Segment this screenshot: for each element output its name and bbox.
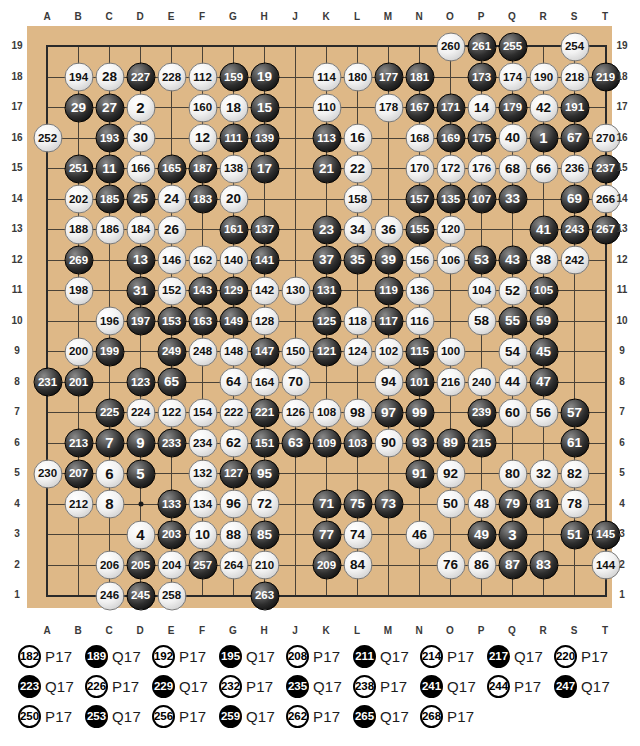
stone-B8: 201 <box>64 368 93 397</box>
stone-O19: 260 <box>436 32 465 61</box>
stone-E8: 65 <box>157 368 186 397</box>
stone-S18: 218 <box>560 63 589 92</box>
stone-S7: 57 <box>560 398 589 427</box>
stone-K9: 121 <box>312 337 341 366</box>
move-number: 40 <box>505 130 520 145</box>
stone-F9: 248 <box>188 337 217 366</box>
stone-C17: 27 <box>95 93 124 122</box>
stone-N3: 46 <box>405 520 434 549</box>
stone-B14: 202 <box>64 185 93 214</box>
row-label-right-14: 14 <box>616 194 627 204</box>
white-move-circle: 208 <box>286 645 309 668</box>
stone-H17: 15 <box>250 93 279 122</box>
move-number: 51 <box>567 527 582 542</box>
stone-E1: 258 <box>157 581 186 610</box>
stone-P10: 58 <box>467 307 496 336</box>
stone-R9: 45 <box>529 337 558 366</box>
col-label-top-D: D <box>136 12 143 22</box>
stone-O16: 169 <box>436 124 465 153</box>
stone-S19: 254 <box>560 32 589 61</box>
stone-G2: 264 <box>219 551 248 580</box>
stone-D1: 245 <box>126 581 155 610</box>
move-number: 248 <box>193 345 212 357</box>
row-label-left-12: 12 <box>11 255 22 265</box>
row-label-right-10: 10 <box>616 316 627 326</box>
move-number: 90 <box>381 435 396 450</box>
move-number: 258 <box>162 589 181 601</box>
move-number: 242 <box>565 254 584 266</box>
stone-Q14: 33 <box>498 185 527 214</box>
stone-P8: 240 <box>467 368 496 397</box>
stone-M11: 119 <box>374 276 403 305</box>
move-number: 67 <box>567 130 582 145</box>
move-number: 270 <box>596 132 615 144</box>
annotation-point: P17 <box>514 678 541 695</box>
move-number: 219 <box>596 71 615 83</box>
move-number: 106 <box>441 254 460 266</box>
stone-P15: 176 <box>467 154 496 183</box>
move-number: 183 <box>193 193 212 205</box>
stone-E3: 203 <box>157 520 186 549</box>
row-label-right-4: 4 <box>619 499 625 509</box>
stone-G11: 129 <box>219 276 248 305</box>
move-number: 63 <box>288 435 303 450</box>
white-move-circle: 244 <box>487 675 510 698</box>
stone-R12: 38 <box>529 246 558 275</box>
annotation-point: P17 <box>179 648 206 665</box>
annotation-entry-223: 223Q17 <box>18 675 85 698</box>
annotation-point: P17 <box>179 708 206 725</box>
stone-P19: 261 <box>467 32 496 61</box>
row-label-left-9: 9 <box>14 346 20 356</box>
stone-K16: 113 <box>312 124 341 153</box>
move-number: 53 <box>474 252 489 267</box>
move-number: 14 <box>474 100 489 115</box>
move-number: 111 <box>225 132 243 144</box>
stone-M8: 94 <box>374 368 403 397</box>
move-number: 1 <box>539 129 547 146</box>
move-number: 163 <box>193 315 212 327</box>
col-label-bottom-E: E <box>168 626 175 636</box>
move-number: 6 <box>105 465 113 482</box>
stone-N18: 181 <box>405 63 434 92</box>
annotation-entry-217: 217Q17 <box>487 645 554 668</box>
move-number: 199 <box>100 345 119 357</box>
move-number: 95 <box>257 466 272 481</box>
move-number: 140 <box>224 254 243 266</box>
move-number: 26 <box>164 222 179 237</box>
move-number: 158 <box>348 193 367 205</box>
move-number: 2 <box>136 99 144 116</box>
col-label-top-J: J <box>292 12 298 22</box>
move-number: 24 <box>164 191 179 206</box>
row-label-left-8: 8 <box>14 377 20 387</box>
move-number: 16 <box>350 130 365 145</box>
stone-A16: 252 <box>33 124 62 153</box>
stone-S17: 191 <box>560 93 589 122</box>
stone-D3: 4 <box>126 520 155 549</box>
annotation-point: Q17 <box>380 648 409 665</box>
stone-M17: 178 <box>374 93 403 122</box>
move-number: 260 <box>441 40 460 52</box>
col-label-top-G: G <box>229 12 237 22</box>
move-number: 142 <box>255 284 274 296</box>
move-number: 68 <box>505 161 520 176</box>
move-number: 249 <box>162 345 181 357</box>
col-label-top-S: S <box>571 12 578 22</box>
move-number: 196 <box>100 315 119 327</box>
move-number: 82 <box>567 466 582 481</box>
move-number: 185 <box>100 193 119 205</box>
move-number: 178 <box>379 101 398 113</box>
move-number: 173 <box>472 71 491 83</box>
col-label-top-K: K <box>322 12 329 22</box>
stone-E4: 133 <box>157 490 186 519</box>
stone-G8: 64 <box>219 368 248 397</box>
move-number: 57 <box>567 405 582 420</box>
stone-K3: 77 <box>312 520 341 549</box>
stone-F5: 132 <box>188 459 217 488</box>
stone-E15: 165 <box>157 154 186 183</box>
annotation-point: Q17 <box>313 678 342 695</box>
stone-O15: 172 <box>436 154 465 183</box>
stone-L10: 118 <box>343 307 372 336</box>
stone-F14: 183 <box>188 185 217 214</box>
stone-O2: 76 <box>436 551 465 580</box>
move-number: 152 <box>162 284 181 296</box>
stone-M9: 102 <box>374 337 403 366</box>
stone-T3: 145 <box>591 520 620 549</box>
stone-D17: 2 <box>126 93 155 122</box>
stone-G6: 62 <box>219 429 248 458</box>
move-number: 19 <box>257 69 272 84</box>
row-label-left-5: 5 <box>14 468 20 478</box>
move-number: 10 <box>195 527 210 542</box>
move-number: 101 <box>410 376 429 388</box>
move-number: 207 <box>69 467 88 479</box>
annotation-entry-241: 241Q17 <box>420 675 487 698</box>
move-number: 27 <box>102 100 117 115</box>
col-label-bottom-T: T <box>602 626 608 636</box>
col-label-top-L: L <box>354 12 360 22</box>
move-number: 252 <box>38 132 57 144</box>
move-number: 165 <box>162 162 181 174</box>
black-move-circle: 189 <box>85 645 108 668</box>
move-number: 150 <box>286 345 305 357</box>
stone-H2: 210 <box>250 551 279 580</box>
stone-J9: 150 <box>281 337 310 366</box>
black-move-circle: 259 <box>219 705 242 728</box>
move-number: 4 <box>136 526 144 543</box>
stone-E10: 153 <box>157 307 186 336</box>
move-number: 202 <box>69 193 88 205</box>
move-number: 147 <box>255 345 274 357</box>
move-number: 87 <box>505 557 520 572</box>
stone-H12: 141 <box>250 246 279 275</box>
move-number: 245 <box>131 589 150 601</box>
stone-H15: 17 <box>250 154 279 183</box>
move-number: 254 <box>565 40 584 52</box>
col-label-bottom-J: J <box>292 626 298 636</box>
move-number: 94 <box>381 374 396 389</box>
stone-K11: 131 <box>312 276 341 305</box>
move-number: 70 <box>288 374 303 389</box>
move-number: 149 <box>224 315 243 327</box>
row-label-right-8: 8 <box>619 377 625 387</box>
move-number: 212 <box>69 498 88 510</box>
move-number: 136 <box>410 284 429 296</box>
stone-M7: 97 <box>374 398 403 427</box>
move-number: 145 <box>596 528 615 540</box>
move-number: 79 <box>505 496 520 511</box>
stone-N7: 99 <box>405 398 434 427</box>
move-number: 28 <box>102 69 117 84</box>
move-number: 47 <box>536 374 551 389</box>
move-number: 73 <box>381 496 396 511</box>
col-label-top-Q: Q <box>508 12 516 22</box>
move-number: 58 <box>474 313 489 328</box>
white-move-circle: 192 <box>152 645 175 668</box>
move-number: 264 <box>224 559 243 571</box>
stone-Q8: 44 <box>498 368 527 397</box>
move-number: 97 <box>381 405 396 420</box>
move-number: 156 <box>410 254 429 266</box>
stone-H6: 151 <box>250 429 279 458</box>
stone-K18: 114 <box>312 63 341 92</box>
annotation-point: Q17 <box>112 648 141 665</box>
stone-B15: 251 <box>64 154 93 183</box>
row-label-left-4: 4 <box>14 499 20 509</box>
move-number: 204 <box>162 559 181 571</box>
stone-E12: 146 <box>157 246 186 275</box>
move-number: 85 <box>257 527 272 542</box>
move-number: 11 <box>102 161 116 176</box>
col-label-bottom-Q: Q <box>508 626 516 636</box>
annotation-point: Q17 <box>581 678 610 695</box>
move-number: 46 <box>412 527 427 542</box>
row-label-left-16: 16 <box>11 133 22 143</box>
move-number: 151 <box>255 437 274 449</box>
move-number: 39 <box>381 252 396 267</box>
move-number: 230 <box>38 467 57 479</box>
stone-G14: 20 <box>219 185 248 214</box>
move-number: 148 <box>224 345 243 357</box>
move-number: 138 <box>224 162 243 174</box>
white-move-circle: 182 <box>18 645 41 668</box>
move-number: 12 <box>195 130 210 145</box>
move-number: 49 <box>474 527 489 542</box>
move-number: 59 <box>536 313 551 328</box>
move-number: 78 <box>567 496 582 511</box>
move-number: 64 <box>226 374 241 389</box>
row-label-left-15: 15 <box>11 163 22 173</box>
move-number: 22 <box>350 161 365 176</box>
stone-C9: 199 <box>95 337 124 366</box>
stone-L16: 16 <box>343 124 372 153</box>
row-label-right-16: 16 <box>616 133 627 143</box>
black-move-circle: 229 <box>152 675 175 698</box>
move-number: 38 <box>536 252 551 267</box>
row-label-right-3: 3 <box>619 529 625 539</box>
annotation-point: Q17 <box>514 648 543 665</box>
stone-S14: 69 <box>560 185 589 214</box>
move-number: 180 <box>348 71 367 83</box>
move-number: 104 <box>472 284 491 296</box>
move-number: 92 <box>443 466 458 481</box>
stone-L2: 84 <box>343 551 372 580</box>
move-number: 218 <box>565 71 584 83</box>
stone-M10: 117 <box>374 307 403 336</box>
move-number: 7 <box>105 434 113 451</box>
stone-Q17: 179 <box>498 93 527 122</box>
move-number: 5 <box>136 465 144 482</box>
go-board: 2602612552541942822722811215919114180177… <box>27 26 612 608</box>
move-number: 198 <box>69 284 88 296</box>
stone-Q10: 55 <box>498 307 527 336</box>
move-number: 134 <box>193 498 212 510</box>
move-number: 83 <box>536 557 551 572</box>
move-number: 62 <box>226 435 241 450</box>
move-number: 228 <box>162 71 181 83</box>
stone-F6: 234 <box>188 429 217 458</box>
stone-P6: 215 <box>467 429 496 458</box>
col-label-top-H: H <box>260 12 267 22</box>
col-label-bottom-F: F <box>199 626 205 636</box>
annotation-point: Q17 <box>380 708 409 725</box>
move-number: 71 <box>319 496 334 511</box>
move-number: 32 <box>536 466 551 481</box>
stone-K7: 108 <box>312 398 341 427</box>
move-number: 170 <box>410 162 429 174</box>
stone-B17: 29 <box>64 93 93 122</box>
move-number: 188 <box>69 223 88 235</box>
move-number: 118 <box>348 315 367 327</box>
move-number: 222 <box>224 406 243 418</box>
stone-S16: 67 <box>560 124 589 153</box>
white-move-circle: 220 <box>554 645 577 668</box>
col-label-top-T: T <box>602 12 608 22</box>
stone-C1: 246 <box>95 581 124 610</box>
move-number: 125 <box>317 315 336 327</box>
stone-J6: 63 <box>281 429 310 458</box>
annotation-point: Q17 <box>246 708 275 725</box>
stone-B11: 198 <box>64 276 93 305</box>
stone-D2: 205 <box>126 551 155 580</box>
stone-O4: 50 <box>436 490 465 519</box>
annotation-row: 223Q17226P17229Q17232P17235Q17238P17241Q… <box>18 671 628 701</box>
stone-F10: 163 <box>188 307 217 336</box>
move-number: 194 <box>69 71 88 83</box>
move-number: 231 <box>38 376 57 388</box>
move-number: 267 <box>596 223 615 235</box>
annotation-entry-259: 259Q17 <box>219 705 286 728</box>
stone-P17: 14 <box>467 93 496 122</box>
move-number: 99 <box>412 405 427 420</box>
move-number: 114 <box>317 71 336 83</box>
annotation-point: P17 <box>313 708 340 725</box>
move-number: 201 <box>69 376 88 388</box>
annotation-entry-238: 238P17 <box>353 675 420 698</box>
stone-O5: 92 <box>436 459 465 488</box>
stone-O13: 120 <box>436 215 465 244</box>
move-number: 103 <box>348 437 367 449</box>
annotation-entry-211: 211Q17 <box>353 645 420 668</box>
move-number: 255 <box>503 40 522 52</box>
row-label-left-19: 19 <box>11 41 22 51</box>
annotation-entry-247: 247Q17 <box>554 675 621 698</box>
stone-K13: 23 <box>312 215 341 244</box>
stone-H10: 128 <box>250 307 279 336</box>
move-number: 84 <box>350 557 365 572</box>
stone-D18: 227 <box>126 63 155 92</box>
stone-N17: 167 <box>405 93 434 122</box>
stone-Q5: 80 <box>498 459 527 488</box>
annotation-point: P17 <box>313 648 340 665</box>
move-number: 160 <box>193 101 212 113</box>
move-number: 66 <box>536 161 551 176</box>
move-number: 75 <box>350 496 365 511</box>
move-number: 213 <box>69 437 88 449</box>
col-label-top-N: N <box>415 12 422 22</box>
stone-N16: 168 <box>405 124 434 153</box>
stone-H1: 263 <box>250 581 279 610</box>
stone-F7: 154 <box>188 398 217 427</box>
stone-N9: 115 <box>405 337 434 366</box>
move-number: 56 <box>536 405 551 420</box>
stone-Q4: 79 <box>498 490 527 519</box>
stone-O6: 89 <box>436 429 465 458</box>
move-number: 25 <box>133 191 148 206</box>
row-label-left-11: 11 <box>12 285 23 295</box>
annotation-point: Q17 <box>179 678 208 695</box>
col-label-top-E: E <box>168 12 175 22</box>
move-number: 86 <box>474 557 489 572</box>
move-number: 120 <box>441 223 460 235</box>
move-number: 41 <box>536 222 551 237</box>
move-number: 115 <box>410 345 429 357</box>
annotation-point: P17 <box>246 678 273 695</box>
move-number: 190 <box>534 71 553 83</box>
white-move-circle: 226 <box>85 675 108 698</box>
move-number: 77 <box>319 527 334 542</box>
annotation-point: Q17 <box>447 678 476 695</box>
row-label-right-9: 9 <box>619 346 625 356</box>
annotation-entry-232: 232P17 <box>219 675 286 698</box>
stone-A5: 230 <box>33 459 62 488</box>
move-number: 153 <box>162 315 181 327</box>
annotation-entry-208: 208P17 <box>286 645 353 668</box>
col-label-bottom-O: O <box>446 626 454 636</box>
annotation-entry-256: 256P17 <box>152 705 219 728</box>
move-number: 128 <box>255 315 274 327</box>
stone-H3: 85 <box>250 520 279 549</box>
annotation-point: Q17 <box>45 678 74 695</box>
move-number: 237 <box>596 162 615 174</box>
move-number: 110 <box>317 101 336 113</box>
move-number: 209 <box>317 559 336 571</box>
move-number: 171 <box>441 101 460 113</box>
stone-H16: 139 <box>250 124 279 153</box>
stone-O14: 135 <box>436 185 465 214</box>
move-number: 133 <box>162 498 181 510</box>
stone-K6: 109 <box>312 429 341 458</box>
move-number: 74 <box>350 527 365 542</box>
white-move-circle: 214 <box>420 645 443 668</box>
move-number: 29 <box>71 100 86 115</box>
stone-M18: 177 <box>374 63 403 92</box>
stone-J8: 70 <box>281 368 310 397</box>
stone-P3: 49 <box>467 520 496 549</box>
